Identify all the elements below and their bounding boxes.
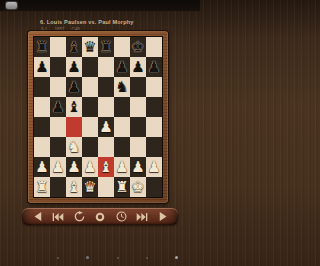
square-e6[interactable] bbox=[98, 77, 114, 97]
square-f1[interactable]: ♜ bbox=[114, 177, 130, 197]
game-title: 6. Louis Paulsen vs. Paul Morphy bbox=[40, 19, 134, 25]
android-nav-bar[interactable] bbox=[0, 254, 200, 262]
piece-b5: ♟ bbox=[50, 97, 66, 117]
piece-c8: ♝ bbox=[66, 37, 82, 57]
square-b7[interactable] bbox=[50, 57, 66, 77]
square-g3[interactable] bbox=[130, 137, 146, 157]
clock-icon[interactable] bbox=[114, 210, 128, 223]
piece-a8: ♜ bbox=[34, 37, 50, 57]
nav-dot[interactable] bbox=[86, 256, 89, 259]
status-bar bbox=[0, 0, 200, 11]
square-f8[interactable] bbox=[114, 37, 130, 57]
notification-icon bbox=[6, 2, 17, 9]
square-h6[interactable] bbox=[146, 77, 162, 97]
nav-dot[interactable] bbox=[146, 257, 148, 259]
piece-c5: ♝ bbox=[66, 97, 82, 117]
square-h8[interactable] bbox=[146, 37, 162, 57]
square-d5[interactable] bbox=[82, 97, 98, 117]
piece-f2: ♟ bbox=[114, 157, 130, 177]
flip-board-icon[interactable] bbox=[72, 210, 86, 223]
square-c7[interactable]: ♟ bbox=[66, 57, 82, 77]
square-a5[interactable] bbox=[34, 97, 50, 117]
square-b4[interactable] bbox=[50, 117, 66, 137]
square-h4[interactable] bbox=[146, 117, 162, 137]
piece-d1: ♛ bbox=[82, 177, 98, 197]
square-e4[interactable]: ♟ bbox=[98, 117, 114, 137]
square-c6[interactable]: ♟ bbox=[66, 77, 82, 97]
skip-to-end-button[interactable] bbox=[135, 210, 149, 223]
piece-d2: ♟ bbox=[82, 157, 98, 177]
piece-g7: ♟ bbox=[130, 57, 146, 77]
piece-c6: ♟ bbox=[66, 77, 82, 97]
square-g2[interactable]: ♟ bbox=[130, 157, 146, 177]
square-f3[interactable] bbox=[114, 137, 130, 157]
square-c3[interactable]: ♞ bbox=[66, 137, 82, 157]
square-a6[interactable] bbox=[34, 77, 50, 97]
skip-to-start-button[interactable] bbox=[51, 210, 65, 223]
piece-c2: ♟ bbox=[66, 157, 82, 177]
square-h2[interactable]: ♟ bbox=[146, 157, 162, 177]
square-e2[interactable]: ♝ bbox=[98, 157, 114, 177]
square-d1[interactable]: ♛ bbox=[82, 177, 98, 197]
playback-control-bar bbox=[22, 208, 178, 225]
piece-e8: ♜ bbox=[98, 37, 114, 57]
square-c5[interactable]: ♝ bbox=[66, 97, 82, 117]
square-d2[interactable]: ♟ bbox=[82, 157, 98, 177]
piece-f7: ♟ bbox=[114, 57, 130, 77]
square-d8[interactable]: ♛ bbox=[82, 37, 98, 57]
square-h3[interactable] bbox=[146, 137, 162, 157]
square-d6[interactable] bbox=[82, 77, 98, 97]
square-f4[interactable] bbox=[114, 117, 130, 137]
square-e8[interactable]: ♜ bbox=[98, 37, 114, 57]
square-e3[interactable] bbox=[98, 137, 114, 157]
square-e5[interactable] bbox=[98, 97, 114, 117]
piece-a7: ♟ bbox=[34, 57, 50, 77]
square-g1[interactable]: ♚ bbox=[130, 177, 146, 197]
square-a8[interactable]: ♜ bbox=[34, 37, 50, 57]
square-f7[interactable]: ♟ bbox=[114, 57, 130, 77]
piece-f6: ♞ bbox=[114, 77, 130, 97]
square-b3[interactable] bbox=[50, 137, 66, 157]
piece-h2: ♟ bbox=[146, 157, 162, 177]
nav-dot[interactable] bbox=[117, 257, 119, 259]
square-b5[interactable]: ♟ bbox=[50, 97, 66, 117]
square-a4[interactable] bbox=[34, 117, 50, 137]
square-d7[interactable] bbox=[82, 57, 98, 77]
nav-dot[interactable] bbox=[57, 257, 59, 259]
square-b1[interactable] bbox=[50, 177, 66, 197]
square-b8[interactable] bbox=[50, 37, 66, 57]
piece-d8: ♛ bbox=[82, 37, 98, 57]
piece-g1: ♚ bbox=[130, 177, 146, 197]
piece-c1: ♝ bbox=[66, 177, 82, 197]
forward-button[interactable] bbox=[156, 210, 170, 223]
piece-f1: ♜ bbox=[114, 177, 130, 197]
square-h1[interactable] bbox=[146, 177, 162, 197]
square-g6[interactable] bbox=[130, 77, 146, 97]
piece-a1: ♜ bbox=[34, 177, 50, 197]
square-e1[interactable] bbox=[98, 177, 114, 197]
board-frame: ♜♝♛♜♚♟♟♟♟♟♟♞♟♝♟♞♟♟♟♟♝♟♟♟♜♝♛♜♚ bbox=[28, 31, 168, 203]
square-d3[interactable] bbox=[82, 137, 98, 157]
square-b6[interactable] bbox=[50, 77, 66, 97]
square-a3[interactable] bbox=[34, 137, 50, 157]
piece-c3: ♞ bbox=[66, 137, 82, 157]
square-e7[interactable] bbox=[98, 57, 114, 77]
square-g8[interactable]: ♚ bbox=[130, 37, 146, 57]
square-c8[interactable]: ♝ bbox=[66, 37, 82, 57]
square-a2[interactable]: ♟ bbox=[34, 157, 50, 177]
square-g4[interactable] bbox=[130, 117, 146, 137]
square-g7[interactable]: ♟ bbox=[130, 57, 146, 77]
square-b2[interactable]: ♟ bbox=[50, 157, 66, 177]
square-f6[interactable]: ♞ bbox=[114, 77, 130, 97]
back-button[interactable] bbox=[30, 210, 44, 223]
square-c1[interactable]: ♝ bbox=[66, 177, 82, 197]
piece-c7: ♟ bbox=[66, 57, 82, 77]
piece-b2: ♟ bbox=[50, 157, 66, 177]
piece-e4: ♟ bbox=[98, 117, 114, 137]
nav-dot[interactable] bbox=[175, 256, 178, 259]
square-a7[interactable]: ♟ bbox=[34, 57, 50, 77]
square-h7[interactable]: ♟ bbox=[146, 57, 162, 77]
square-a1[interactable]: ♜ bbox=[34, 177, 50, 197]
settings-icon[interactable] bbox=[93, 210, 107, 223]
piece-g8: ♚ bbox=[130, 37, 146, 57]
chess-board[interactable]: ♜♝♛♜♚♟♟♟♟♟♟♞♟♝♟♞♟♟♟♟♝♟♟♟♜♝♛♜♚ bbox=[34, 37, 162, 197]
square-c4[interactable] bbox=[66, 117, 82, 137]
square-f2[interactable]: ♟ bbox=[114, 157, 130, 177]
piece-e2: ♝ bbox=[98, 157, 114, 177]
square-c2[interactable]: ♟ bbox=[66, 157, 82, 177]
piece-g2: ♟ bbox=[130, 157, 146, 177]
piece-a2: ♟ bbox=[34, 157, 50, 177]
square-d4[interactable] bbox=[82, 117, 98, 137]
square-h5[interactable] bbox=[146, 97, 162, 117]
piece-h7: ♟ bbox=[146, 57, 162, 77]
square-f5[interactable] bbox=[114, 97, 130, 117]
square-g5[interactable] bbox=[130, 97, 146, 117]
